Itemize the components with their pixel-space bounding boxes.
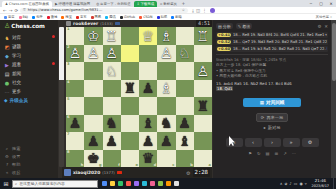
square-a4[interactable] [194,80,212,98]
bookmark-item[interactable]: GitHub [120,15,135,19]
bookmark-title: 网易 [95,15,102,19]
square-e5[interactable] [121,97,139,115]
square-d7[interactable]: ♟ [139,132,157,150]
logo-pawn-icon: ♙ [4,22,10,30]
bookmark-item[interactable]: 知乎 [32,15,43,19]
utility-icon[interactable]: ⋯ [292,151,296,156]
player-bar: xiaoqi2020 (1377) ⚙ 2:28 [62,167,212,178]
square-f7[interactable]: ♟ [103,132,121,150]
piece-black-pawn[interactable]: ♟ [105,134,118,148]
square-a3[interactable]: ♙ [194,62,212,80]
sidebar-footer-收起[interactable]: «收起 [4,168,58,176]
square-d4[interactable]: ♟ [139,80,157,98]
piece-white-rook[interactable]: ♖ [105,29,118,43]
taskbar-app-icon[interactable] [118,181,123,186]
action-button-icon: ▸ [264,125,266,130]
bookmark-favicon [105,16,108,19]
forward-icon[interactable]: → [9,8,13,13]
square-h2[interactable]: ♙2 [66,45,84,63]
windows-taskbar: ⊞ ⌕ 在这里输入你要搜索的内容 ∧◈♪▭◉▿ 21:46 2023/6/17 [0,178,336,189]
tab-title: 百度一下，你就知道 [100,2,131,6]
bookmark-item[interactable]: 邮箱 [171,15,182,19]
bookmark-title: GitHub [124,15,135,19]
square-c5[interactable] [157,97,175,115]
更多-icon: ⋯ [4,89,10,95]
panel-divider [216,54,328,55]
nav-extension-icons: ⤓◫⋮ [192,8,207,13]
eval-badge: +0.52 [217,40,231,45]
tab-title: 哔哩哔哩 弹幕视频网 [59,2,91,6]
next-move-button[interactable]: › [264,138,281,147]
lock-icon: ⚿ [23,8,26,12]
browser-navbar: ← → ⟳ ⚿ https://www.chess.com/game/live/… [0,7,336,14]
piece-black-queen[interactable]: ♛ [142,151,155,165]
piece-white-pawn[interactable]: ♙ [160,46,173,60]
square-f4[interactable] [103,80,121,98]
square-g4[interactable] [84,80,102,98]
maximize-button[interactable]: ▢ [316,0,326,7]
sidebar-footer-搜索[interactable]: ⌕搜索 [4,144,58,152]
utility-icon[interactable]: ⚑ [248,151,252,156]
square-a2[interactable] [194,45,212,63]
tray-icon[interactable]: ◉ [299,181,302,186]
社交-icon: ● [4,80,10,86]
piece-white-pawn[interactable]: ♙ [87,46,100,60]
piece-black-knight[interactable]: ♞ [105,116,118,130]
square-e2[interactable] [121,45,139,63]
utility-icon[interactable]: ▤ [265,151,269,156]
piece-black-pawn[interactable]: ♟ [142,81,155,95]
square-b4[interactable] [176,80,194,98]
notification-badge [52,62,55,65]
square-d2[interactable] [139,45,157,63]
toolbar-icon[interactable]: ⤓ [192,8,194,13]
square-g7[interactable]: ♟ [84,132,102,150]
square-f6[interactable]: ♞ [103,115,121,133]
bookmark-favicon [76,16,79,19]
rank-label: 3 [67,62,70,66]
square-a5[interactable]: ♜ [194,97,212,115]
bookmark-favicon [32,16,35,19]
other-bookmarks[interactable]: 其他书签 » [316,15,332,19]
bookmark-item[interactable]: 京东 [76,15,87,19]
square-g5[interactable] [84,97,102,115]
rank-label: 7 [67,132,70,136]
piece-white-pawn[interactable]: ♙ [105,46,118,60]
tray-icon[interactable]: ◈ [284,181,287,186]
piece-white-bishop[interactable]: ♗ [160,81,173,95]
square-g1[interactable]: ♔ [84,27,102,45]
player-rating: (1377) [102,170,115,175]
taskbar-search[interactable]: ⌕ 在这里输入你要搜索的内容 [12,180,98,188]
move-list: 15. axb4 Ra5 16. Nb2 Re4 17. Bc4 Bd6 18.… [216,81,328,92]
square-b7[interactable]: ♝ [176,132,194,150]
reload-icon[interactable]: ⟳ [14,8,18,13]
sidebar: ♙ Chess.com ♞对弈◩谜题◆学习▶观看▤新闻●社交⋯更多 ◆ 升级会员… [0,20,58,178]
piece-black-rook[interactable]: ♜ [124,81,137,95]
bookmark-title: 邮箱 [175,15,182,19]
square-f3[interactable]: ♘ [103,62,121,80]
bookmark-title: 淘宝 [65,15,72,19]
piece-white-king[interactable]: ♔ [87,29,100,43]
square-d3[interactable] [139,62,157,80]
start-button[interactable]: ⊞ [0,180,12,187]
piece-black-king[interactable]: ♚ [87,151,100,165]
tray-icon[interactable]: ∧ [280,181,283,186]
engine-line[interactable]: +0.6018... Ra4 19. b3 Ra5 20. Bd2 Ra8 21… [216,46,328,52]
engine-line-moves: 18... Ra4 19. b3 Ra5 20. Bd2 Ra8 21. Nd3… [233,47,327,51]
clock-date: 2023/6/17 [312,184,329,189]
player-avatar[interactable] [64,169,71,176]
square-b1[interactable] [176,27,194,45]
square-c6[interactable]: ♞ [157,115,175,133]
square-b3[interactable] [176,62,194,80]
piece-black-pawn[interactable]: ♟ [87,134,100,148]
rank-label: 5 [67,97,70,101]
taskbar-app-icon[interactable] [158,181,163,186]
opponent-player-bar: rook4ever (1433) 4:51 [66,20,212,27]
page-scrollbar[interactable] [331,20,336,178]
sidebar-item-对弈[interactable]: ♞对弈 [4,33,58,42]
piece-black-pawn[interactable]: ♟ [160,134,173,148]
square-h8[interactable]: 8h [66,150,84,168]
piece-white-knight[interactable]: ♘ [178,46,191,60]
square-a6[interactable] [194,115,212,133]
square-h3[interactable]: 3 [66,62,84,80]
sidebar-item-社交[interactable]: ●社交 [4,78,58,87]
utility-icon[interactable]: ☰ [274,151,278,156]
utility-icon[interactable]: ↻ [257,151,261,156]
back-icon[interactable]: ← [3,8,7,13]
last-move-button[interactable]: » [283,138,300,147]
bookmark-title: 知乎 [36,15,43,19]
close-button[interactable]: ✕ [326,0,336,7]
player-name[interactable]: xiaoqi2020 [73,170,100,175]
tab-title: 新标签页 [163,2,177,6]
square-h5[interactable]: 5 [66,97,84,115]
eval-badge: +0.60 [217,47,231,52]
url-text: https://www.chess.com/game/live/9831… [28,8,102,12]
sidebar-item-label: 新闻 [12,71,21,76]
bookmark-title: CSDN [143,15,152,19]
browser-avatar[interactable] [210,8,215,13]
opponent-clock: 4:51 [196,20,212,27]
taskbar-app-icon[interactable] [126,181,131,186]
minimize-button[interactable]: ─ [306,0,316,7]
square-f5[interactable] [103,97,121,115]
rank-label: 8 [67,150,70,154]
action-button-label: 再来一局 [266,115,283,120]
piece-black-pawn[interactable]: ♟ [142,134,155,148]
学习-icon: ◆ [4,53,10,59]
review-icon: ▦ [260,100,264,105]
bookmark-title: 腾讯 [109,15,116,19]
bookmark-title: 百度 [8,15,15,19]
toolbar-icon[interactable]: ◫ [196,8,200,13]
sidebar-item-label: 对弈 [12,35,21,40]
square-b5[interactable] [176,97,194,115]
piece-black-bishop[interactable]: ♝ [142,116,155,130]
piece-white-bishop[interactable]: ♗ [160,29,173,43]
evaluation-bar-white [59,27,64,80]
engine-line[interactable]: +0.4118... Re8 19. Nd3 Bf4 20. Bxf4 Qxf4… [216,32,328,38]
square-h6[interactable]: ♟6 [66,115,84,133]
square-c2[interactable]: ♙ [157,45,175,63]
piece-black-knight[interactable]: ♞ [160,116,173,130]
browser-tab-strip: ♟Chess.com 在线国际象棋▶哔哩哔哩 弹幕视频网◎百度一下，你就知道⇩下… [0,0,336,7]
square-e6[interactable] [121,115,139,133]
square-c1[interactable]: ♗ [157,27,175,45]
sidebar-item-label: 更多 [12,89,21,94]
bookmark-item[interactable]: CSDN [139,15,152,19]
square-e7[interactable] [121,132,139,150]
square-f1[interactable]: ♖ [103,27,121,45]
bookmark-item[interactable]: 腾讯 [105,15,116,19]
bookmark-item[interactable]: B站 [19,15,29,19]
square-g8[interactable]: ♚g [84,150,102,168]
chess-board: 1♔♖♕♗♖♙2♙♙♙♘3♘♙4♜♟♗5♜♟6♞♝♞♟7♟♟♟♟♝8h♚gfe♛… [66,27,212,167]
piece-black-pawn[interactable]: ♟ [69,116,82,130]
tab-title: Chess.com 在线国际象棋 [9,2,49,6]
piece-white-pawn[interactable]: ♙ [69,46,82,60]
sidebar-footer-设置[interactable]: ⚙设置 [4,152,58,160]
tab-favicon: ♟ [5,2,8,6]
tray-icon[interactable]: ▿ [305,181,307,186]
bookmark-favicon [171,16,174,19]
panel-tab-label: 着法 [242,24,250,29]
square-b8[interactable]: b [176,150,194,168]
upgrade-label: 升级会员 [10,98,28,103]
bookmark-item[interactable]: 淘宝 [61,15,72,19]
opponent-avatar[interactable] [66,21,71,26]
square-f2[interactable]: ♙ [103,45,121,63]
bookmark-favicon [61,16,64,19]
taskbar-app-icon[interactable] [102,181,107,186]
square-h4[interactable]: 4 [66,80,84,98]
search-placeholder: 在这里输入你要搜索的内容 [19,181,65,186]
bookmark-title: B站 [23,15,29,19]
system-tray: ∧◈♪▭◉▿ [280,181,307,186]
rank-label: 4 [67,80,70,84]
logo-text: Chess.com [11,23,45,29]
square-d1[interactable]: ♕ [139,27,157,45]
opponent-name[interactable]: rook4ever [73,21,98,26]
rank-label: 2 [67,45,70,49]
taskbar-clock[interactable]: 21:46 2023/6/17 [310,179,331,188]
square-d5[interactable] [139,97,157,115]
bookmark-favicon [91,16,94,19]
notification-badge [52,35,55,38]
evaluation-bar [59,27,64,167]
piece-white-queen[interactable]: ♕ [142,29,155,43]
address-bar[interactable]: ⚿ https://www.chess.com/game/live/9831… … [20,8,188,13]
sidebar-item-label: 学习 [12,53,21,58]
sidebar-item-label: 观看 [12,62,21,67]
chess-page: ♙ Chess.com ♞对弈◩谜题◆学习▶观看▤新闻●社交⋯更多 ◆ 升级会员… [0,20,336,178]
sidebar-item-新闻[interactable]: ▤新闻 [4,69,58,78]
panel-header-icon[interactable]: ⚙ [317,24,321,29]
square-c8[interactable]: c [157,150,175,168]
square-d8[interactable]: ♛d [139,150,157,168]
square-a1[interactable]: ♖ [194,27,212,45]
panel-tab-分析[interactable]: ▤分析 [216,23,233,29]
square-c3[interactable] [157,62,175,80]
previous-move-button[interactable]: ‹ [245,138,262,147]
taskbar-app-icon[interactable] [166,181,171,186]
tray-icon[interactable]: ♪ [289,181,291,186]
sidebar-footer-帮助[interactable]: ?帮助 [4,160,58,168]
tab-favicon: ▫ [160,2,162,6]
engine-line-moves: 18... Qe7 19. Nd3 Re8 20. Bd2 Ra8 21. Re… [233,40,327,44]
search-icon: ⌕ [15,181,17,186]
sidebar-footer-label: 收起 [12,170,20,175]
utility-icon[interactable]: ↗ [283,151,287,156]
square-c7[interactable]: ♟ [157,132,175,150]
taskbar-app-icon[interactable] [134,181,139,186]
panel-tab-label: 分析 [223,24,231,29]
bookmark-title: 贴吧 [161,15,168,19]
rank-label: 1 [67,27,70,31]
eval-badge: +0.41 [217,33,231,38]
square-a7[interactable] [194,132,212,150]
sidebar-footer-label: 设置 [12,154,20,159]
bookmark-item[interactable]: 百度 [4,15,15,19]
tab-favicon: ▶ [55,2,58,6]
engine-line-moves: 18... Re8 19. Nd3 Bf4 20. Bxf4 Qxf4 21. … [233,33,327,37]
panel-header-icon[interactable]: ✕ [324,24,328,29]
player-clock: 2:28 [193,168,210,177]
square-f8[interactable]: f [103,150,121,168]
bookmark-title: 微博 [51,15,58,19]
current-move[interactable]: 18. Qd1 [216,86,233,91]
bookmark-item[interactable]: 网易 [91,15,102,19]
bookmark-title: 京东 [80,15,87,19]
toolbar-icon[interactable]: ⋮ [202,8,206,13]
square-e8[interactable]: e [121,150,139,168]
piece-black-rook[interactable]: ♜ [197,99,210,113]
rank-label: 6 [67,115,70,119]
chesscom-logo[interactable]: ♙ Chess.com [4,22,58,30]
bookmark-favicon [157,16,160,19]
scrollbar-thumb[interactable] [332,23,336,81]
square-g3[interactable] [84,62,102,80]
taskbar-app-icon[interactable] [150,181,155,186]
panel-tab-icon: ✎ [238,24,241,29]
square-e3[interactable] [121,62,139,80]
square-d6[interactable]: ♝ [139,115,157,133]
engine-line[interactable]: +0.5218... Qe7 19. Nd3 Re8 20. Bd2 Ra8 2… [216,39,328,45]
player-flag [117,171,122,175]
sidebar-item-label: 谜题 [12,44,21,49]
square-h7[interactable]: 7 [66,132,84,150]
bookmark-favicon [47,16,50,19]
star-icon[interactable]: ☆ [182,8,185,12]
taskbar-app-icon[interactable] [110,181,115,186]
square-b2[interactable]: ♘ [176,45,194,63]
action-button-label: 新对局 [268,125,281,130]
sidebar-footer-label: 搜索 [12,146,20,151]
tab-favicon: ◎ [96,2,99,6]
piece-black-bishop[interactable]: ♝ [178,134,191,148]
设置-icon: ⚙ [4,154,10,159]
bookmark-item[interactable]: 微博 [47,15,58,19]
piece-black-pawn[interactable]: ♟ [178,116,191,130]
tab-title: 下载完成 [140,2,154,6]
game-review-button[interactable]: ▦ 对局回顾 [243,98,301,107]
analysis-note: • 局面大致均势，白方略占先机 [216,73,328,79]
screen: ♟Chess.com 在线国际象棋▶哔哩哔哩 弹幕视频网◎百度一下，你就知道⇩下… [0,0,336,189]
sidebar-item-谜题[interactable]: ◩谜题 [4,42,58,51]
新对局-button[interactable]: ▸新对局 [264,125,281,130]
board-settings-gear-icon[interactable]: ⚙ [186,170,190,176]
panel-tab-着法[interactable]: ✎着法 [236,23,252,29]
再来一局-button[interactable]: ⟳再来一局 [256,113,288,122]
square-e4[interactable]: ♜ [121,80,139,98]
options-button[interactable]: ⚙ [302,138,319,147]
bookmark-favicon [19,16,22,19]
sidebar-footer-label: 帮助 [12,162,20,167]
piece-white-rook[interactable]: ♖ [197,29,210,43]
opponent-flag [115,22,120,26]
观看-icon: ▶ [4,62,10,68]
bookmark-favicon [139,16,142,19]
taskbar-app-icon[interactable] [174,181,179,186]
square-c4[interactable]: ♗ [157,80,175,98]
square-h1[interactable]: 1 [66,27,84,45]
opponent-rating: (1433) [100,21,113,26]
sidebar-item-label: 社交 [12,80,21,85]
square-g6[interactable] [84,115,102,133]
sidebar-item-upgrade[interactable]: ◆ 升级会员 [4,96,58,105]
square-e1[interactable] [121,27,139,45]
review-label: 对局回顾 [266,100,284,105]
panel-header: ▤分析✎着法⚙✕ [216,22,328,30]
action-button-icon: ⟳ [261,115,265,120]
bookmark-favicon [120,16,123,19]
bookmark-item[interactable]: 贴吧 [157,15,168,19]
sidebar-item-学习[interactable]: ◆学习 [4,51,58,60]
搜索-icon: ⌕ [4,146,10,151]
tab-favicon: ⇩ [137,2,140,6]
piece-white-knight[interactable]: ♘ [105,64,118,78]
tray-icon[interactable]: ▭ [294,181,298,186]
帮助-icon: ? [4,162,10,167]
taskbar-app-icon[interactable] [142,181,147,186]
square-a8[interactable]: a [194,150,212,168]
对弈-icon: ♞ [4,35,10,41]
taskbar-apps [102,181,179,186]
square-b6[interactable]: ♟ [176,115,194,133]
panel-tab-icon: ▤ [218,24,222,29]
新闻-icon: ▤ [4,71,10,77]
sidebar-item-观看[interactable]: ▶观看 [4,60,58,69]
piece-white-pawn[interactable]: ♙ [197,64,210,78]
bookmark-favicon [4,16,7,19]
square-g2[interactable]: ♙ [84,45,102,63]
收起-icon: « [4,170,10,175]
analysis-panel: ▤分析✎着法⚙✕ +0.4118... Re8 19. Nd3 Bf4 20. … [213,20,331,178]
谜题-icon: ◩ [4,44,10,50]
sidebar-item-更多[interactable]: ⋯更多 [4,87,58,96]
upgrade-icon: ◆ [4,98,8,103]
